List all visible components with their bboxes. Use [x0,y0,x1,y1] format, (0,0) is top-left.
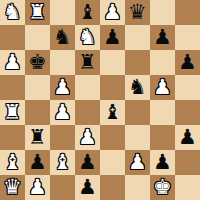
white-pawn[interactable]: ♟ [53,100,72,125]
square-c6[interactable] [50,50,75,75]
square-b8[interactable]: ♜ [25,0,50,25]
square-f7[interactable] [125,25,150,50]
square-d2[interactable]: ♟ [75,150,100,175]
square-h6[interactable]: ♟ [175,50,200,75]
square-a1[interactable]: ♛ [0,175,25,200]
black-queen[interactable]: ♛ [128,0,147,25]
square-a8[interactable]: ♞ [0,0,25,25]
square-b3[interactable]: ♜ [25,125,50,150]
black-rook[interactable]: ♜ [28,125,47,150]
square-c5[interactable]: ♟ [50,75,75,100]
square-e8[interactable]: ♟ [100,0,125,25]
square-e7[interactable]: ♟ [100,25,125,50]
white-pawn[interactable]: ♟ [53,75,72,100]
square-d8[interactable]: ♝ [75,0,100,25]
black-knight[interactable]: ♞ [53,25,72,50]
square-c7[interactable]: ♞ [50,25,75,50]
square-h1[interactable] [175,175,200,200]
white-bishop[interactable]: ♝ [53,150,72,175]
black-pawn[interactable]: ♟ [153,25,172,50]
white-bishop[interactable]: ♝ [3,150,22,175]
black-pawn[interactable]: ♟ [178,125,197,150]
square-g5[interactable]: ♟ [150,75,175,100]
square-g1[interactable]: ♚ [150,175,175,200]
square-e5[interactable] [100,75,125,100]
square-e2[interactable] [100,150,125,175]
square-g8[interactable] [150,0,175,25]
square-g3[interactable] [150,125,175,150]
square-c3[interactable] [50,125,75,150]
black-pawn[interactable]: ♟ [103,25,122,50]
square-c8[interactable] [50,0,75,25]
square-g4[interactable] [150,100,175,125]
black-bishop[interactable]: ♝ [103,100,122,125]
square-b1[interactable]: ♟ [25,175,50,200]
white-rook[interactable]: ♜ [28,0,47,25]
square-h4[interactable] [175,100,200,125]
square-f5[interactable]: ♞ [125,75,150,100]
square-h8[interactable] [175,0,200,25]
square-c1[interactable] [50,175,75,200]
square-e6[interactable] [100,50,125,75]
chess-board: ♞♜♝♟♛♞♞♟♟♟♚♜♟♟♞♟♜♟♝♜♟♟♝♟♝♟♟♟♛♟♟♚ [0,0,200,200]
square-e3[interactable] [100,125,125,150]
black-bishop[interactable]: ♝ [78,0,97,25]
white-pawn[interactable]: ♟ [78,125,97,150]
square-h2[interactable] [175,150,200,175]
square-h5[interactable] [175,75,200,100]
square-a6[interactable]: ♟ [0,50,25,75]
square-b4[interactable] [25,100,50,125]
square-e1[interactable] [100,175,125,200]
black-king[interactable]: ♚ [28,50,47,75]
square-a2[interactable]: ♝ [0,150,25,175]
white-knight[interactable]: ♞ [3,0,22,25]
white-pawn[interactable]: ♟ [153,75,172,100]
black-pawn[interactable]: ♟ [153,150,172,175]
white-rook[interactable]: ♜ [3,100,22,125]
square-d3[interactable]: ♟ [75,125,100,150]
white-pawn[interactable]: ♟ [103,0,122,25]
square-c4[interactable]: ♟ [50,100,75,125]
square-g7[interactable]: ♟ [150,25,175,50]
square-d5[interactable] [75,75,100,100]
square-b6[interactable]: ♚ [25,50,50,75]
square-f1[interactable] [125,175,150,200]
square-b5[interactable] [25,75,50,100]
square-e4[interactable]: ♝ [100,100,125,125]
white-pawn[interactable]: ♟ [128,150,147,175]
square-h3[interactable]: ♟ [175,125,200,150]
black-knight[interactable]: ♞ [128,75,147,100]
black-rook[interactable]: ♜ [78,50,97,75]
black-pawn[interactable]: ♟ [78,175,97,200]
square-d7[interactable]: ♞ [75,25,100,50]
square-a3[interactable] [0,125,25,150]
white-king[interactable]: ♚ [153,175,172,200]
square-f6[interactable] [125,50,150,75]
white-queen[interactable]: ♛ [3,175,22,200]
black-pawn[interactable]: ♟ [28,150,47,175]
square-d6[interactable]: ♜ [75,50,100,75]
black-pawn[interactable]: ♟ [178,50,197,75]
square-b7[interactable] [25,25,50,50]
white-knight[interactable]: ♞ [78,25,97,50]
square-f2[interactable]: ♟ [125,150,150,175]
square-g6[interactable] [150,50,175,75]
square-c2[interactable]: ♝ [50,150,75,175]
square-a7[interactable] [0,25,25,50]
square-f4[interactable] [125,100,150,125]
square-a4[interactable]: ♜ [0,100,25,125]
square-f8[interactable]: ♛ [125,0,150,25]
square-d4[interactable] [75,100,100,125]
square-a5[interactable] [0,75,25,100]
square-g2[interactable]: ♟ [150,150,175,175]
white-pawn[interactable]: ♟ [28,175,47,200]
square-d1[interactable]: ♟ [75,175,100,200]
square-b2[interactable]: ♟ [25,150,50,175]
square-h7[interactable] [175,25,200,50]
white-pawn[interactable]: ♟ [3,50,22,75]
black-pawn[interactable]: ♟ [78,150,97,175]
square-f3[interactable] [125,125,150,150]
